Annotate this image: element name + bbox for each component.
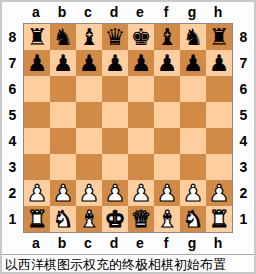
square-a8[interactable]: ♜ bbox=[24, 24, 50, 50]
rank-label-4: 4 bbox=[2, 128, 23, 154]
black-rook: ♜ bbox=[24, 24, 50, 50]
rank-label-1: 1 bbox=[233, 206, 254, 232]
square-c8[interactable]: ♝ bbox=[76, 24, 102, 50]
rank-label-6: 6 bbox=[2, 76, 23, 102]
square-f5[interactable] bbox=[154, 102, 180, 128]
file-label-c: c bbox=[75, 233, 101, 254]
file-label-g: g bbox=[179, 233, 205, 254]
square-e3[interactable] bbox=[128, 154, 154, 180]
square-b4[interactable] bbox=[50, 128, 76, 154]
square-g5[interactable] bbox=[180, 102, 206, 128]
square-h7[interactable]: ♟ bbox=[206, 50, 232, 76]
corner-spacer bbox=[231, 233, 252, 254]
square-b8[interactable]: ♞ bbox=[50, 24, 76, 50]
square-c4[interactable] bbox=[76, 128, 102, 154]
square-h6[interactable] bbox=[206, 76, 232, 102]
white-bishop: ♝ bbox=[154, 206, 180, 232]
square-f7[interactable]: ♟ bbox=[154, 50, 180, 76]
square-e2[interactable]: ♟ bbox=[128, 180, 154, 206]
square-d1[interactable]: ♚ bbox=[102, 206, 128, 232]
square-e5[interactable] bbox=[128, 102, 154, 128]
square-d6[interactable] bbox=[102, 76, 128, 102]
white-rook: ♜ bbox=[206, 206, 232, 232]
square-b5[interactable] bbox=[50, 102, 76, 128]
square-d5[interactable] bbox=[102, 102, 128, 128]
black-bishop: ♝ bbox=[154, 24, 180, 50]
file-labels-top: abcdefgh bbox=[2, 2, 254, 23]
square-c7[interactable]: ♟ bbox=[76, 50, 102, 76]
rank-labels-left: 87654321 bbox=[2, 23, 23, 233]
diagram-caption: 以西洋棋图示权充的终极相棋初始布置 bbox=[2, 254, 254, 274]
white-king: ♚ bbox=[102, 206, 128, 232]
square-a1[interactable]: ♜ bbox=[24, 206, 50, 232]
white-pawn: ♟ bbox=[128, 180, 154, 206]
square-b3[interactable] bbox=[50, 154, 76, 180]
file-label-c: c bbox=[75, 2, 101, 23]
square-d7[interactable]: ♟ bbox=[102, 50, 128, 76]
square-g8[interactable]: ♞ bbox=[180, 24, 206, 50]
square-h1[interactable]: ♜ bbox=[206, 206, 232, 232]
white-pawn: ♟ bbox=[76, 180, 102, 206]
square-a6[interactable] bbox=[24, 76, 50, 102]
rank-label-8: 8 bbox=[2, 24, 23, 50]
square-c6[interactable] bbox=[76, 76, 102, 102]
file-label-g: g bbox=[179, 2, 205, 23]
square-e8[interactable]: ♚ bbox=[128, 24, 154, 50]
square-e6[interactable] bbox=[128, 76, 154, 102]
black-pawn: ♟ bbox=[206, 50, 232, 76]
white-pawn: ♟ bbox=[50, 180, 76, 206]
square-c5[interactable] bbox=[76, 102, 102, 128]
white-pawn: ♟ bbox=[24, 180, 50, 206]
square-c3[interactable] bbox=[76, 154, 102, 180]
file-label-h: h bbox=[205, 2, 231, 23]
file-label-e: e bbox=[127, 233, 153, 254]
white-bishop: ♝ bbox=[76, 206, 102, 232]
square-f4[interactable] bbox=[154, 128, 180, 154]
rank-label-6: 6 bbox=[233, 76, 254, 102]
chess-diagram-frame: abcdefgh 87654321 ♜♞♝♛♚♝♞♜♟♟♟♟♟♟♟♟♟♟♟♟♟♟… bbox=[0, 0, 256, 274]
square-h8[interactable]: ♜ bbox=[206, 24, 232, 50]
black-pawn: ♟ bbox=[128, 50, 154, 76]
square-a7[interactable]: ♟ bbox=[24, 50, 50, 76]
black-pawn: ♟ bbox=[180, 50, 206, 76]
board: ♜♞♝♛♚♝♞♜♟♟♟♟♟♟♟♟♟♟♟♟♟♟♟♟♜♞♝♚♛♝♞♜ bbox=[23, 23, 233, 233]
white-queen: ♛ bbox=[128, 206, 154, 232]
rank-label-2: 2 bbox=[233, 180, 254, 206]
corner-spacer bbox=[2, 233, 23, 254]
square-f3[interactable] bbox=[154, 154, 180, 180]
file-label-a: a bbox=[23, 233, 49, 254]
white-pawn: ♟ bbox=[206, 180, 232, 206]
black-queen: ♛ bbox=[102, 24, 128, 50]
square-a3[interactable] bbox=[24, 154, 50, 180]
file-label-h: h bbox=[205, 233, 231, 254]
white-pawn: ♟ bbox=[154, 180, 180, 206]
rank-labels-right: 87654321 bbox=[233, 23, 254, 233]
rank-label-8: 8 bbox=[233, 24, 254, 50]
rank-label-7: 7 bbox=[233, 50, 254, 76]
square-e4[interactable] bbox=[128, 128, 154, 154]
black-pawn: ♟ bbox=[76, 50, 102, 76]
file-label-f: f bbox=[153, 233, 179, 254]
black-knight: ♞ bbox=[180, 24, 206, 50]
square-f8[interactable]: ♝ bbox=[154, 24, 180, 50]
square-g4[interactable] bbox=[180, 128, 206, 154]
square-h4[interactable] bbox=[206, 128, 232, 154]
square-e1[interactable]: ♛ bbox=[128, 206, 154, 232]
corner-spacer bbox=[231, 2, 252, 23]
black-knight: ♞ bbox=[50, 24, 76, 50]
square-d4[interactable] bbox=[102, 128, 128, 154]
corner-spacer bbox=[2, 2, 23, 23]
file-label-e: e bbox=[127, 2, 153, 23]
rank-label-3: 3 bbox=[233, 154, 254, 180]
black-pawn: ♟ bbox=[50, 50, 76, 76]
file-label-b: b bbox=[49, 2, 75, 23]
rank-label-2: 2 bbox=[2, 180, 23, 206]
file-label-a: a bbox=[23, 2, 49, 23]
rank-label-3: 3 bbox=[2, 154, 23, 180]
rank-label-5: 5 bbox=[2, 102, 23, 128]
square-c2[interactable]: ♟ bbox=[76, 180, 102, 206]
file-labels-bottom: abcdefgh bbox=[2, 233, 254, 254]
square-g6[interactable] bbox=[180, 76, 206, 102]
file-label-b: b bbox=[49, 233, 75, 254]
square-h5[interactable] bbox=[206, 102, 232, 128]
rank-label-4: 4 bbox=[233, 128, 254, 154]
white-pawn: ♟ bbox=[180, 180, 206, 206]
square-f6[interactable] bbox=[154, 76, 180, 102]
square-c1[interactable]: ♝ bbox=[76, 206, 102, 232]
black-pawn: ♟ bbox=[154, 50, 180, 76]
file-label-d: d bbox=[101, 2, 127, 23]
square-d8[interactable]: ♛ bbox=[102, 24, 128, 50]
black-rook: ♜ bbox=[206, 24, 232, 50]
square-g1[interactable]: ♞ bbox=[180, 206, 206, 232]
rank-label-1: 1 bbox=[2, 206, 23, 232]
square-b7[interactable]: ♟ bbox=[50, 50, 76, 76]
square-a5[interactable] bbox=[24, 102, 50, 128]
black-pawn: ♟ bbox=[102, 50, 128, 76]
square-a2[interactable]: ♟ bbox=[24, 180, 50, 206]
square-d2[interactable]: ♟ bbox=[102, 180, 128, 206]
square-g7[interactable]: ♟ bbox=[180, 50, 206, 76]
file-label-d: d bbox=[101, 233, 127, 254]
square-g2[interactable]: ♟ bbox=[180, 180, 206, 206]
square-h2[interactable]: ♟ bbox=[206, 180, 232, 206]
square-h3[interactable] bbox=[206, 154, 232, 180]
rank-label-5: 5 bbox=[233, 102, 254, 128]
square-g3[interactable] bbox=[180, 154, 206, 180]
file-label-f: f bbox=[153, 2, 179, 23]
white-rook: ♜ bbox=[24, 206, 50, 232]
square-e7[interactable]: ♟ bbox=[128, 50, 154, 76]
black-king: ♚ bbox=[128, 24, 154, 50]
square-d3[interactable] bbox=[102, 154, 128, 180]
black-bishop: ♝ bbox=[76, 24, 102, 50]
square-a4[interactable] bbox=[24, 128, 50, 154]
white-knight: ♞ bbox=[50, 206, 76, 232]
square-b1[interactable]: ♞ bbox=[50, 206, 76, 232]
white-knight: ♞ bbox=[180, 206, 206, 232]
square-f1[interactable]: ♝ bbox=[154, 206, 180, 232]
board-middle-band: 87654321 ♜♞♝♛♚♝♞♜♟♟♟♟♟♟♟♟♟♟♟♟♟♟♟♟♜♞♝♚♛♝♞… bbox=[2, 23, 254, 233]
square-b2[interactable]: ♟ bbox=[50, 180, 76, 206]
black-pawn: ♟ bbox=[24, 50, 50, 76]
square-b6[interactable] bbox=[50, 76, 76, 102]
white-pawn: ♟ bbox=[102, 180, 128, 206]
square-f2[interactable]: ♟ bbox=[154, 180, 180, 206]
rank-label-7: 7 bbox=[2, 50, 23, 76]
